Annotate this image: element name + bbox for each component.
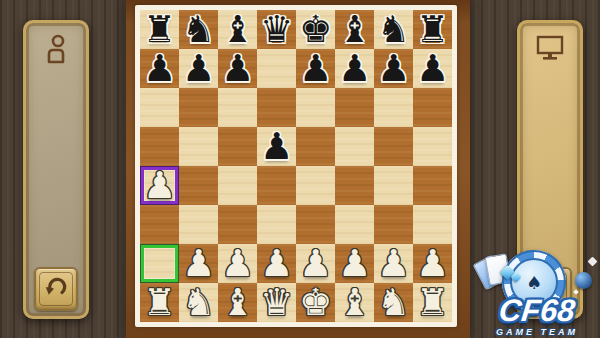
square-f3[interactable]: [335, 205, 374, 244]
piece-black-pawn[interactable]: ♟: [143, 49, 176, 88]
piece-black-pawn[interactable]: ♟: [416, 49, 449, 88]
square-e5[interactable]: [296, 127, 335, 166]
chess-board-frame: ♜♞♝♛♚♝♞♜♟♟♟♟♟♟♟♟♟♟♟♟♟♟♟♟♜♞♝♛♚♝♞♜: [126, 0, 470, 338]
piece-black-rook[interactable]: ♜: [143, 10, 176, 49]
square-g8[interactable]: ♞: [374, 10, 413, 49]
square-h2[interactable]: ♟: [413, 244, 452, 283]
piece-black-pawn[interactable]: ♟: [299, 49, 332, 88]
piece-white-rook[interactable]: ♜: [416, 283, 449, 322]
square-f2[interactable]: ♟: [335, 244, 374, 283]
square-g1[interactable]: ♞: [374, 283, 413, 322]
square-a6[interactable]: [140, 88, 179, 127]
square-c3[interactable]: [218, 205, 257, 244]
sparkle-icon: [588, 257, 598, 267]
square-d3[interactable]: [257, 205, 296, 244]
square-g4[interactable]: [374, 166, 413, 205]
square-d8[interactable]: ♛: [257, 10, 296, 49]
piece-black-pawn[interactable]: ♟: [221, 49, 254, 88]
square-d5[interactable]: ♟: [257, 127, 296, 166]
square-d4[interactable]: [257, 166, 296, 205]
piece-black-bishop[interactable]: ♝: [338, 10, 371, 49]
piece-black-bishop[interactable]: ♝: [221, 10, 254, 49]
square-e7[interactable]: ♟: [296, 49, 335, 88]
piece-white-king[interactable]: ♚: [299, 283, 332, 322]
piece-white-knight[interactable]: ♞: [377, 283, 410, 322]
computer-player-panel: [517, 20, 583, 319]
square-f8[interactable]: ♝: [335, 10, 374, 49]
human-player-panel: [23, 20, 89, 319]
square-b2[interactable]: ♟: [179, 244, 218, 283]
piece-black-king[interactable]: ♚: [299, 10, 332, 49]
piece-white-queen[interactable]: ♛: [260, 283, 293, 322]
piece-white-pawn[interactable]: ♟: [338, 244, 371, 283]
square-h1[interactable]: ♜: [413, 283, 452, 322]
piece-white-pawn[interactable]: ♟: [299, 244, 332, 283]
square-a7[interactable]: ♟: [140, 49, 179, 88]
watermark-subtitle: GAME TEAM: [476, 327, 598, 337]
square-b3[interactable]: [179, 205, 218, 244]
square-g2[interactable]: ♟: [374, 244, 413, 283]
undo-icon: [42, 274, 70, 305]
piece-white-pawn[interactable]: ♟: [182, 244, 215, 283]
square-e4[interactable]: [296, 166, 335, 205]
piece-black-knight[interactable]: ♞: [377, 10, 410, 49]
piece-black-pawn[interactable]: ♟: [182, 49, 215, 88]
square-d1[interactable]: ♛: [257, 283, 296, 322]
redo-icon: [536, 274, 564, 305]
board-inner-border: ♜♞♝♛♚♝♞♜♟♟♟♟♟♟♟♟♟♟♟♟♟♟♟♟♜♞♝♛♚♝♞♜: [135, 5, 457, 327]
piece-white-bishop[interactable]: ♝: [221, 283, 254, 322]
square-d6[interactable]: [257, 88, 296, 127]
square-e1[interactable]: ♚: [296, 283, 335, 322]
square-a3[interactable]: [140, 205, 179, 244]
square-a5[interactable]: [140, 127, 179, 166]
piece-white-pawn[interactable]: ♟: [260, 244, 293, 283]
piece-black-rook[interactable]: ♜: [416, 10, 449, 49]
square-d7[interactable]: [257, 49, 296, 88]
playing-card-icon: [472, 255, 505, 291]
square-b6[interactable]: [179, 88, 218, 127]
square-c7[interactable]: ♟: [218, 49, 257, 88]
piece-black-pawn[interactable]: ♟: [260, 127, 293, 166]
square-e2[interactable]: ♟: [296, 244, 335, 283]
square-a4[interactable]: ♟: [140, 166, 179, 205]
square-a8[interactable]: ♜: [140, 10, 179, 49]
square-f4[interactable]: [335, 166, 374, 205]
square-f1[interactable]: ♝: [335, 283, 374, 322]
square-g5[interactable]: [374, 127, 413, 166]
gem-icon: [500, 265, 516, 281]
square-f7[interactable]: ♟: [335, 49, 374, 88]
playing-card-icon: [485, 253, 512, 285]
chess-board: ♜♞♝♛♚♝♞♜♟♟♟♟♟♟♟♟♟♟♟♟♟♟♟♟♜♞♝♛♚♝♞♜: [140, 10, 452, 322]
square-d2[interactable]: ♟: [257, 244, 296, 283]
square-h5[interactable]: [413, 127, 452, 166]
square-e6[interactable]: [296, 88, 335, 127]
square-c6[interactable]: [218, 88, 257, 127]
undo-button[interactable]: [34, 267, 78, 311]
square-b5[interactable]: [179, 127, 218, 166]
square-a1[interactable]: ♜: [140, 283, 179, 322]
piece-white-rook[interactable]: ♜: [143, 283, 176, 322]
square-g3[interactable]: [374, 205, 413, 244]
piece-black-pawn[interactable]: ♟: [338, 49, 371, 88]
piece-white-pawn[interactable]: ♟: [416, 244, 449, 283]
piece-white-pawn[interactable]: ♟: [221, 244, 254, 283]
piece-black-queen[interactable]: ♛: [260, 10, 293, 49]
square-c2[interactable]: ♟: [218, 244, 257, 283]
square-b1[interactable]: ♞: [179, 283, 218, 322]
square-b7[interactable]: ♟: [179, 49, 218, 88]
piece-black-pawn[interactable]: ♟: [377, 49, 410, 88]
square-e8[interactable]: ♚: [296, 10, 335, 49]
square-f6[interactable]: [335, 88, 374, 127]
square-h3[interactable]: [413, 205, 452, 244]
square-c4[interactable]: [218, 166, 257, 205]
square-c8[interactable]: ♝: [218, 10, 257, 49]
monitor-icon: [535, 33, 565, 67]
person-icon: [43, 33, 69, 69]
square-g6[interactable]: [374, 88, 413, 127]
square-h6[interactable]: [413, 88, 452, 127]
piece-white-knight[interactable]: ♞: [182, 283, 215, 322]
square-h7[interactable]: ♟: [413, 49, 452, 88]
square-b8[interactable]: ♞: [179, 10, 218, 49]
piece-white-pawn[interactable]: ♟: [377, 244, 410, 283]
square-h4[interactable]: [413, 166, 452, 205]
square-c5[interactable]: [218, 127, 257, 166]
square-a2[interactable]: [140, 244, 179, 283]
square-c1[interactable]: ♝: [218, 283, 257, 322]
square-e3[interactable]: [296, 205, 335, 244]
redo-button[interactable]: [528, 267, 572, 311]
piece-white-bishop[interactable]: ♝: [338, 283, 371, 322]
chess-app-window: ♜♞♝♛♚♝♞♜♟♟♟♟♟♟♟♟♟♟♟♟♟♟♟♟♜♞♝♛♚♝♞♜ ♠ CF68 …: [0, 0, 600, 338]
piece-black-knight[interactable]: ♞: [182, 10, 215, 49]
square-b4[interactable]: [179, 166, 218, 205]
piece-white-pawn[interactable]: ♟: [143, 166, 176, 205]
square-f5[interactable]: [335, 127, 374, 166]
square-g7[interactable]: ♟: [374, 49, 413, 88]
square-h8[interactable]: ♜: [413, 10, 452, 49]
